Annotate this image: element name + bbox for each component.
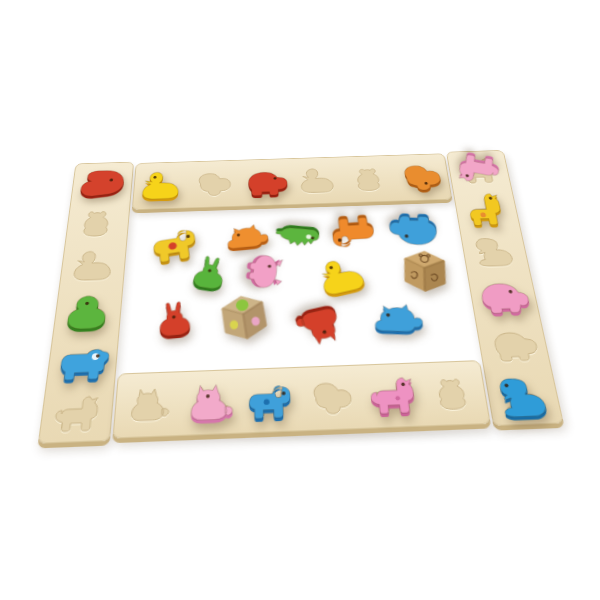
- piece-blue-dog[interactable]: [240, 368, 303, 433]
- slot-top-1: [133, 162, 188, 209]
- piece-red-hippo[interactable]: [240, 159, 293, 206]
- piece-blue-elephant[interactable]: [383, 211, 447, 253]
- piece-red-rabbit[interactable]: [150, 294, 205, 347]
- slot-bottom-6: [419, 361, 489, 425]
- slot-right-6: [485, 369, 563, 425]
- piece-orange-dog[interactable]: [320, 212, 387, 256]
- recess-swan-shape: [466, 234, 524, 270]
- slot-bottom-2: [177, 370, 240, 435]
- slot-top-5: [342, 156, 399, 203]
- slot-bottom-1: [114, 372, 180, 437]
- piece-blue-swan[interactable]: [485, 369, 563, 425]
- slot-left-6: [39, 385, 114, 442]
- slot-top-6: [393, 154, 451, 200]
- animal-engraved-die[interactable]: [402, 248, 449, 295]
- piece-pink-pig[interactable]: [242, 247, 291, 297]
- recess-hippo-shape: [482, 324, 544, 366]
- slot-bottom-5: [360, 363, 428, 427]
- recess-duck-shape: [295, 162, 341, 199]
- slot-right-2: [454, 189, 520, 232]
- recess-bear-shape: [425, 367, 483, 418]
- slot-top-4: [291, 157, 346, 204]
- piece-red-monkey[interactable]: [71, 162, 133, 203]
- frame-strip-top: [132, 153, 453, 210]
- color-dot-die[interactable]: [217, 290, 271, 345]
- piece-blue-cat[interactable]: [363, 296, 431, 342]
- recess-squirrel-shape: [191, 165, 236, 203]
- recess-squirrel-shape: [305, 372, 360, 424]
- piece-yellow-duck[interactable]: [133, 162, 188, 209]
- piece-green-frog[interactable]: [53, 287, 122, 337]
- piece-pink-cat[interactable]: [177, 370, 240, 435]
- slot-left-2: [66, 201, 130, 244]
- slot-left-4: [53, 287, 122, 337]
- piece-pink-pony-reclining[interactable]: [447, 147, 509, 195]
- piece-yellow-giraffe[interactable]: [454, 189, 520, 232]
- slot-bottom-4: [300, 366, 365, 431]
- slot-right-4: [468, 273, 540, 322]
- slot-left-3: [60, 243, 127, 289]
- slot-right-3: [461, 229, 530, 274]
- recess-cat-sit-shape: [119, 378, 174, 430]
- slot-top-2: [186, 161, 239, 208]
- slot-right-1: [447, 151, 511, 191]
- slot-bottom-3: [240, 368, 303, 433]
- slot-right-5: [476, 319, 550, 371]
- piece-blue-cow[interactable]: [46, 334, 118, 387]
- piece-orange-squirrel[interactable]: [393, 154, 451, 200]
- product-photo-scene: [0, 0, 600, 600]
- slot-left-5: [46, 334, 118, 387]
- recess-bear-shape: [346, 160, 393, 197]
- recess-horse-shape: [45, 391, 107, 437]
- piece-pink-pony[interactable]: [360, 363, 428, 427]
- recess-bear-shape: [71, 205, 125, 240]
- puzzle-board: [38, 150, 561, 441]
- slot-left-1: [71, 162, 133, 203]
- slot-top-3: [240, 159, 293, 206]
- piece-red-cat[interactable]: [288, 298, 357, 357]
- piece-pink-elephant[interactable]: [468, 273, 540, 322]
- piece-green-rabbit[interactable]: [181, 248, 243, 300]
- recess-duck-shape: [65, 247, 121, 284]
